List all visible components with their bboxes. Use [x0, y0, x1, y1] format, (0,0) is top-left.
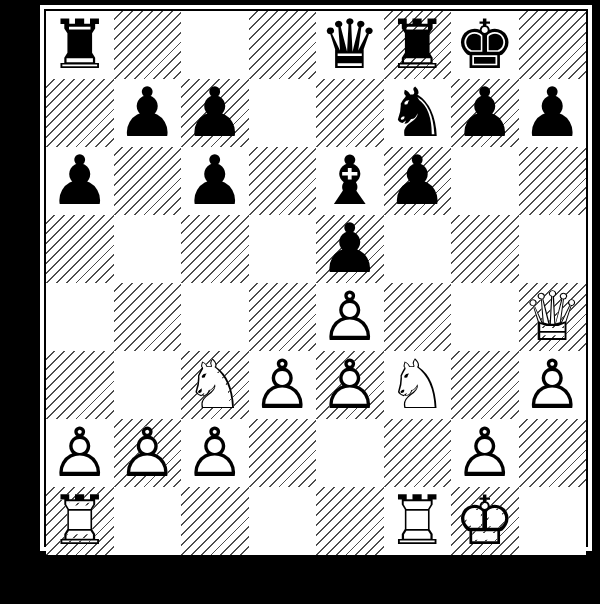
square-b8[interactable] [114, 11, 182, 79]
square-f5[interactable] [384, 215, 452, 283]
square-g3[interactable] [451, 351, 519, 419]
square-a2[interactable]: ♟♙ [46, 419, 114, 487]
white-piece-outline-glyph: ♙ [184, 419, 245, 487]
square-c4[interactable] [181, 283, 249, 351]
piece-white-pawn-e3[interactable]: ♟♙ [316, 351, 384, 419]
square-f4[interactable] [384, 283, 452, 351]
piece-black-pawn-c6[interactable]: ♟ [181, 147, 249, 215]
square-e7[interactable] [316, 79, 384, 147]
square-d1[interactable] [249, 487, 317, 555]
piece-white-pawn-e4[interactable]: ♟♙ [316, 283, 384, 351]
square-h6[interactable] [519, 147, 587, 215]
piece-white-pawn-c2[interactable]: ♟♙ [181, 419, 249, 487]
square-a3[interactable] [46, 351, 114, 419]
white-piece-outline-glyph: ♘ [184, 351, 245, 419]
square-f3[interactable]: ♞♘ [384, 351, 452, 419]
black-piece-glyph: ♜ [49, 11, 110, 79]
square-d7[interactable] [249, 79, 317, 147]
white-piece-outline-glyph: ♕ [522, 283, 583, 351]
white-piece-outline-glyph: ♙ [454, 419, 515, 487]
square-c5[interactable] [181, 215, 249, 283]
square-b5[interactable] [114, 215, 182, 283]
piece-white-knight-c3[interactable]: ♞♘ [181, 351, 249, 419]
black-piece-glyph: ♞ [387, 79, 448, 147]
piece-white-rook-f1[interactable]: ♜♖ [384, 487, 452, 555]
piece-black-pawn-g7[interactable]: ♟ [451, 79, 519, 147]
black-piece-glyph: ♟ [117, 79, 178, 147]
square-e1[interactable] [316, 487, 384, 555]
piece-white-knight-f3[interactable]: ♞♘ [384, 351, 452, 419]
board-squares: ♜♛♜♚♟♟♞♟♟♟♟♝♟♟♟♙♛♕♞♘♟♙♟♙♞♘♟♙♟♙♟♙♟♙♟♙♜♖♜♖… [44, 9, 588, 547]
piece-white-king-g1[interactable]: ♚♔ [451, 487, 519, 555]
piece-white-pawn-b2[interactable]: ♟♙ [114, 419, 182, 487]
black-piece-glyph: ♟ [522, 79, 583, 147]
square-e6[interactable]: ♝ [316, 147, 384, 215]
white-piece-outline-glyph: ♙ [319, 351, 380, 419]
square-g8[interactable]: ♚ [451, 11, 519, 79]
square-d6[interactable] [249, 147, 317, 215]
square-c3[interactable]: ♞♘ [181, 351, 249, 419]
square-b1[interactable] [114, 487, 182, 555]
black-piece-glyph: ♝ [319, 147, 380, 215]
square-c8[interactable] [181, 11, 249, 79]
piece-white-queen-h4[interactable]: ♛♕ [519, 283, 587, 351]
square-h8[interactable] [519, 11, 587, 79]
square-b4[interactable] [114, 283, 182, 351]
square-g5[interactable] [451, 215, 519, 283]
square-c6[interactable]: ♟ [181, 147, 249, 215]
black-piece-glyph: ♟ [184, 147, 245, 215]
black-piece-glyph: ♟ [387, 147, 448, 215]
square-f2[interactable] [384, 419, 452, 487]
piece-black-pawn-b7[interactable]: ♟ [114, 79, 182, 147]
black-piece-glyph: ♟ [454, 79, 515, 147]
square-g1[interactable]: ♚♔ [451, 487, 519, 555]
piece-black-pawn-f6[interactable]: ♟ [384, 147, 452, 215]
piece-black-bishop-e6[interactable]: ♝ [316, 147, 384, 215]
square-f6[interactable]: ♟ [384, 147, 452, 215]
chess-board: ♜♛♜♚♟♟♞♟♟♟♟♝♟♟♟♙♛♕♞♘♟♙♟♙♞♘♟♙♟♙♟♙♟♙♟♙♜♖♜♖… [34, 0, 598, 557]
black-piece-glyph: ♟ [319, 215, 380, 283]
piece-white-pawn-h3[interactable]: ♟♙ [519, 351, 587, 419]
white-piece-outline-glyph: ♘ [387, 351, 448, 419]
square-b2[interactable]: ♟♙ [114, 419, 182, 487]
square-c2[interactable]: ♟♙ [181, 419, 249, 487]
piece-white-rook-a1[interactable]: ♜♖ [46, 487, 114, 555]
white-piece-outline-glyph: ♖ [49, 487, 110, 555]
white-piece-outline-glyph: ♔ [454, 487, 515, 555]
square-g7[interactable]: ♟ [451, 79, 519, 147]
square-a6[interactable]: ♟ [46, 147, 114, 215]
square-f8[interactable]: ♜ [384, 11, 452, 79]
piece-white-pawn-d3[interactable]: ♟♙ [249, 351, 317, 419]
square-h3[interactable]: ♟♙ [519, 351, 587, 419]
piece-black-pawn-e5[interactable]: ♟ [316, 215, 384, 283]
square-e2[interactable] [316, 419, 384, 487]
white-piece-outline-glyph: ♙ [252, 351, 313, 419]
piece-black-rook-a8[interactable]: ♜ [46, 11, 114, 79]
square-e5[interactable]: ♟ [316, 215, 384, 283]
square-b3[interactable] [114, 351, 182, 419]
white-piece-outline-glyph: ♙ [319, 283, 380, 351]
square-b6[interactable] [114, 147, 182, 215]
square-e4[interactable]: ♟♙ [316, 283, 384, 351]
square-h7[interactable]: ♟ [519, 79, 587, 147]
square-d3[interactable]: ♟♙ [249, 351, 317, 419]
square-a5[interactable] [46, 215, 114, 283]
black-piece-glyph: ♟ [49, 147, 110, 215]
white-piece-outline-glyph: ♙ [522, 351, 583, 419]
square-d2[interactable] [249, 419, 317, 487]
piece-black-king-g8[interactable]: ♚ [451, 11, 519, 79]
piece-black-pawn-a6[interactable]: ♟ [46, 147, 114, 215]
piece-white-pawn-a2[interactable]: ♟♙ [46, 419, 114, 487]
white-piece-outline-glyph: ♙ [117, 419, 178, 487]
square-f1[interactable]: ♜♖ [384, 487, 452, 555]
square-e3[interactable]: ♟♙ [316, 351, 384, 419]
piece-black-pawn-h7[interactable]: ♟ [519, 79, 587, 147]
black-piece-glyph: ♟ [184, 79, 245, 147]
square-e8[interactable]: ♛ [316, 11, 384, 79]
square-g4[interactable] [451, 283, 519, 351]
piece-white-pawn-g2[interactable]: ♟♙ [451, 419, 519, 487]
square-h1[interactable] [519, 487, 587, 555]
black-piece-glyph: ♜ [387, 11, 448, 79]
black-piece-glyph: ♛ [319, 11, 380, 79]
square-b7[interactable]: ♟ [114, 79, 182, 147]
piece-black-queen-e8[interactable]: ♛ [316, 11, 384, 79]
square-a4[interactable] [46, 283, 114, 351]
square-h5[interactable] [519, 215, 587, 283]
square-a8[interactable]: ♜ [46, 11, 114, 79]
square-g2[interactable]: ♟♙ [451, 419, 519, 487]
square-a1[interactable]: ♜♖ [46, 487, 114, 555]
square-f7[interactable]: ♞ [384, 79, 452, 147]
piece-black-pawn-c7[interactable]: ♟ [181, 79, 249, 147]
square-h4[interactable]: ♛♕ [519, 283, 587, 351]
piece-black-rook-f8[interactable]: ♜ [384, 11, 452, 79]
black-piece-glyph: ♚ [454, 11, 515, 79]
square-d4[interactable] [249, 283, 317, 351]
piece-black-knight-f7[interactable]: ♞ [384, 79, 452, 147]
square-c1[interactable] [181, 487, 249, 555]
white-piece-outline-glyph: ♖ [387, 487, 448, 555]
square-d8[interactable] [249, 11, 317, 79]
square-h2[interactable] [519, 419, 587, 487]
square-d5[interactable] [249, 215, 317, 283]
white-piece-outline-glyph: ♙ [49, 419, 110, 487]
square-c7[interactable]: ♟ [181, 79, 249, 147]
square-a7[interactable] [46, 79, 114, 147]
square-g6[interactable] [451, 147, 519, 215]
